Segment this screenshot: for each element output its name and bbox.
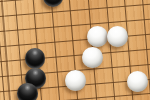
white-stone xyxy=(107,26,128,47)
black-stone xyxy=(17,83,38,100)
white-stone xyxy=(65,70,86,91)
white-stone xyxy=(127,71,148,92)
grid-horizontal-line xyxy=(0,0,150,4)
go-board[interactable] xyxy=(0,0,150,100)
grid-vertical-line xyxy=(104,0,116,100)
white-stone xyxy=(82,47,103,68)
black-stone xyxy=(25,48,46,69)
grid-horizontal-line xyxy=(0,2,150,19)
white-stone xyxy=(87,26,108,47)
